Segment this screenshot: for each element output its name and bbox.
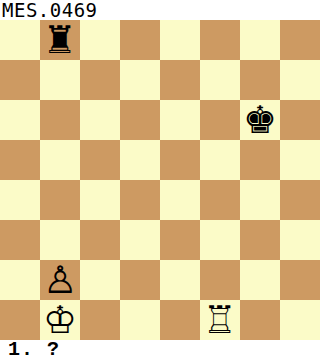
square-h6[interactable] bbox=[280, 100, 320, 140]
square-a5[interactable] bbox=[0, 140, 40, 180]
square-f6[interactable] bbox=[200, 100, 240, 140]
square-b8[interactable]: ♜ bbox=[40, 20, 80, 60]
square-c7[interactable] bbox=[80, 60, 120, 100]
square-e1[interactable] bbox=[160, 300, 200, 340]
square-b2[interactable]: ♙ bbox=[40, 260, 80, 300]
square-a4[interactable] bbox=[0, 180, 40, 220]
square-d1[interactable] bbox=[120, 300, 160, 340]
white-pawn[interactable]: ♙ bbox=[43, 261, 77, 299]
square-d4[interactable] bbox=[120, 180, 160, 220]
square-g5[interactable] bbox=[240, 140, 280, 180]
square-g7[interactable] bbox=[240, 60, 280, 100]
square-f2[interactable] bbox=[200, 260, 240, 300]
square-b1[interactable]: ♔ bbox=[40, 300, 80, 340]
black-rook[interactable]: ♜ bbox=[43, 21, 77, 59]
square-e5[interactable] bbox=[160, 140, 200, 180]
square-f5[interactable] bbox=[200, 140, 240, 180]
white-king[interactable]: ♔ bbox=[43, 301, 77, 339]
square-b6[interactable] bbox=[40, 100, 80, 140]
square-e4[interactable] bbox=[160, 180, 200, 220]
square-g2[interactable] bbox=[240, 260, 280, 300]
square-c8[interactable] bbox=[80, 20, 120, 60]
square-a7[interactable] bbox=[0, 60, 40, 100]
square-c3[interactable] bbox=[80, 220, 120, 260]
square-f8[interactable] bbox=[200, 20, 240, 60]
square-h3[interactable] bbox=[280, 220, 320, 260]
square-g8[interactable] bbox=[240, 20, 280, 60]
square-d7[interactable] bbox=[120, 60, 160, 100]
square-h8[interactable] bbox=[280, 20, 320, 60]
square-c6[interactable] bbox=[80, 100, 120, 140]
square-e8[interactable] bbox=[160, 20, 200, 60]
square-a2[interactable] bbox=[0, 260, 40, 300]
square-c4[interactable] bbox=[80, 180, 120, 220]
square-c5[interactable] bbox=[80, 140, 120, 180]
square-d5[interactable] bbox=[120, 140, 160, 180]
square-f1[interactable]: ♖ bbox=[200, 300, 240, 340]
square-b7[interactable] bbox=[40, 60, 80, 100]
square-h5[interactable] bbox=[280, 140, 320, 180]
square-f3[interactable] bbox=[200, 220, 240, 260]
square-e6[interactable] bbox=[160, 100, 200, 140]
square-b4[interactable] bbox=[40, 180, 80, 220]
square-e7[interactable] bbox=[160, 60, 200, 100]
square-d3[interactable] bbox=[120, 220, 160, 260]
square-g4[interactable] bbox=[240, 180, 280, 220]
square-a1[interactable] bbox=[0, 300, 40, 340]
square-b5[interactable] bbox=[40, 140, 80, 180]
square-d6[interactable] bbox=[120, 100, 160, 140]
chess-puzzle-screen: MES.0469 ♜♚♙♔♖ 1. ? bbox=[0, 0, 320, 360]
black-king[interactable]: ♚ bbox=[243, 101, 277, 139]
square-c2[interactable] bbox=[80, 260, 120, 300]
square-h7[interactable] bbox=[280, 60, 320, 100]
square-h2[interactable] bbox=[280, 260, 320, 300]
square-h4[interactable] bbox=[280, 180, 320, 220]
square-g6[interactable]: ♚ bbox=[240, 100, 280, 140]
chess-board: ♜♚♙♔♖ bbox=[0, 20, 320, 340]
move-prompt: 1. ? bbox=[8, 340, 60, 360]
square-g1[interactable] bbox=[240, 300, 280, 340]
square-c1[interactable] bbox=[80, 300, 120, 340]
square-g3[interactable] bbox=[240, 220, 280, 260]
square-d2[interactable] bbox=[120, 260, 160, 300]
square-a3[interactable] bbox=[0, 220, 40, 260]
square-e3[interactable] bbox=[160, 220, 200, 260]
square-f4[interactable] bbox=[200, 180, 240, 220]
white-rook[interactable]: ♖ bbox=[203, 301, 237, 339]
square-d8[interactable] bbox=[120, 20, 160, 60]
puzzle-id-title: MES.0469 bbox=[2, 0, 98, 20]
square-h1[interactable] bbox=[280, 300, 320, 340]
square-f7[interactable] bbox=[200, 60, 240, 100]
square-a8[interactable] bbox=[0, 20, 40, 60]
square-a6[interactable] bbox=[0, 100, 40, 140]
square-b3[interactable] bbox=[40, 220, 80, 260]
square-e2[interactable] bbox=[160, 260, 200, 300]
